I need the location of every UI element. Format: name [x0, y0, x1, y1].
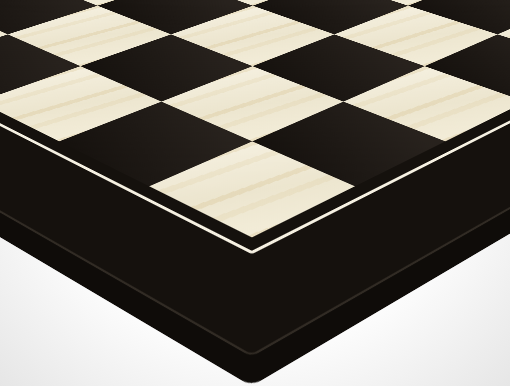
square-r4c8 — [498, 6, 510, 66]
square-r5c8 — [425, 34, 510, 101]
square-r4c7 — [408, 0, 510, 34]
square-r5c5 — [179, 0, 327, 6]
square-r6c5 — [98, 0, 253, 34]
inlay-border-line — [0, 0, 510, 254]
square-r5c7 — [334, 6, 497, 66]
square-r6c4 — [31, 0, 179, 6]
board-frame — [0, 0, 510, 357]
square-r8c6 — [0, 66, 161, 141]
square-r7c3 — [0, 0, 31, 6]
square-r7c6 — [80, 34, 252, 101]
square-r7c5 — [8, 6, 171, 66]
chessboard-product-photo — [0, 0, 510, 386]
square-r7c7 — [161, 66, 343, 141]
square-r7c4 — [0, 0, 98, 34]
square-r8c8 — [149, 141, 355, 237]
square-r8c7 — [59, 102, 252, 187]
square-r8c5 — [0, 34, 80, 101]
board-grid — [0, 0, 510, 237]
chess-board — [0, 0, 510, 357]
square-r6c7 — [253, 34, 425, 101]
square-r7c8 — [252, 102, 445, 187]
square-r5c6 — [253, 0, 408, 34]
square-r6c6 — [171, 6, 334, 66]
square-r8c4 — [0, 6, 8, 66]
square-r6c8 — [343, 66, 510, 141]
square-r3c7 — [475, 0, 510, 6]
square-r4c6 — [327, 0, 475, 6]
